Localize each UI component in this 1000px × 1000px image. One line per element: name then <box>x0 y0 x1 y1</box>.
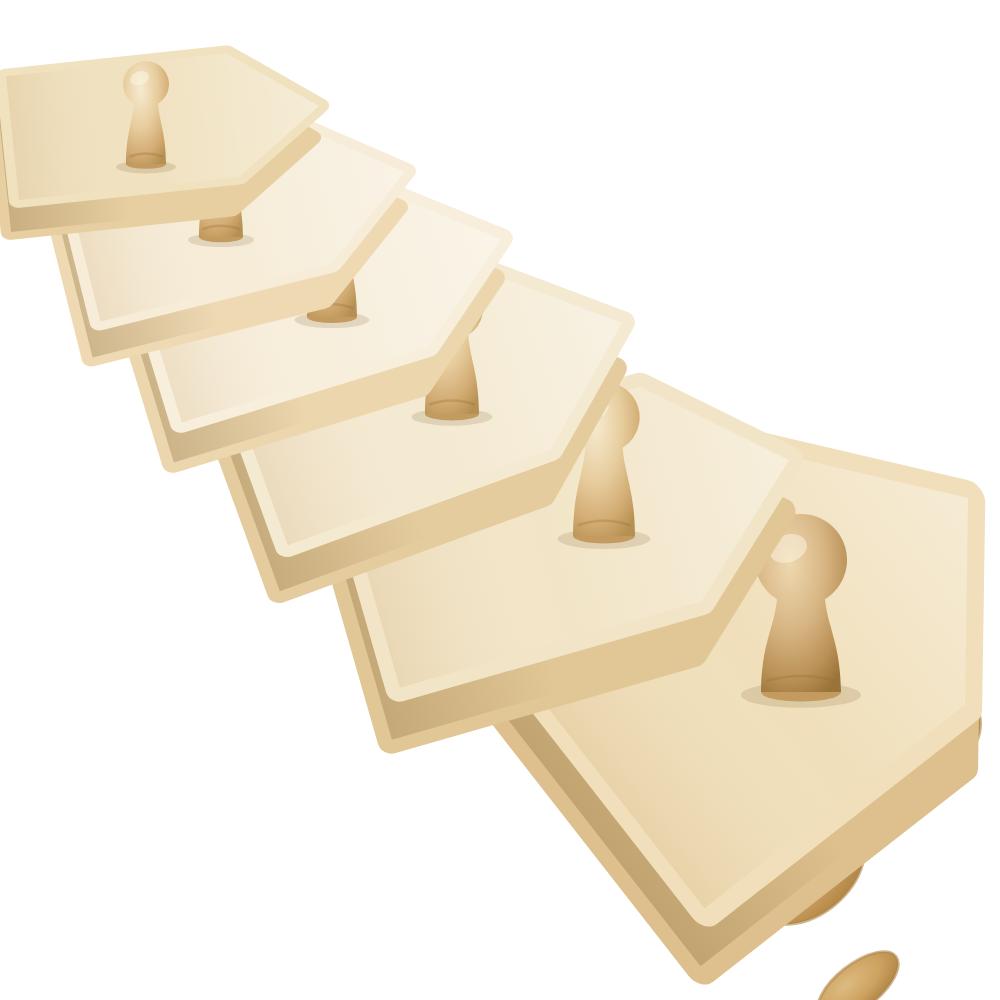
product-photo-stage <box>0 0 1000 1000</box>
rack-foot <box>807 939 910 1000</box>
wooden-shogi-pieces-photo <box>0 0 1000 1000</box>
scene-layers <box>0 44 1000 1000</box>
